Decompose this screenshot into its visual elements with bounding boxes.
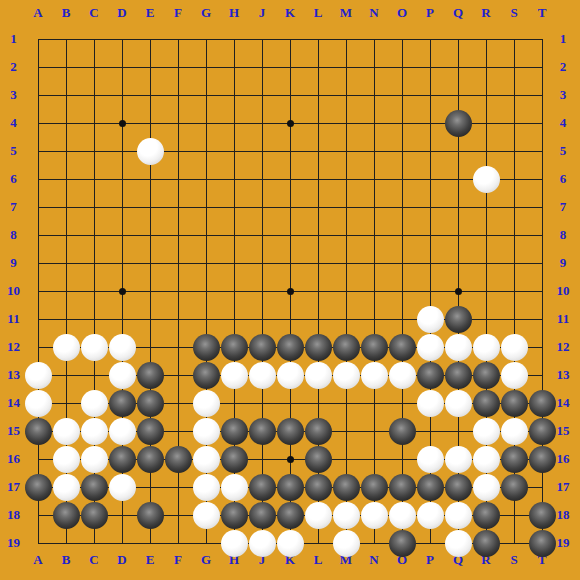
cell-S2[interactable]	[500, 53, 528, 81]
cell-H13[interactable]	[220, 361, 248, 389]
cell-L6[interactable]	[304, 165, 332, 193]
cell-E5[interactable]	[136, 137, 164, 165]
cell-F1[interactable]	[164, 25, 192, 53]
cell-E7[interactable]	[136, 193, 164, 221]
cell-Q14[interactable]	[444, 389, 472, 417]
cell-T16[interactable]	[528, 445, 556, 473]
cell-J15[interactable]	[248, 417, 276, 445]
cell-N1[interactable]	[360, 25, 388, 53]
cell-F4[interactable]	[164, 109, 192, 137]
cell-K13[interactable]	[276, 361, 304, 389]
cell-L9[interactable]	[304, 249, 332, 277]
cell-R11[interactable]	[472, 305, 500, 333]
cell-B11[interactable]	[52, 305, 80, 333]
cell-S8[interactable]	[500, 221, 528, 249]
cell-L4[interactable]	[304, 109, 332, 137]
cell-Q9[interactable]	[444, 249, 472, 277]
cell-L11[interactable]	[304, 305, 332, 333]
cell-G2[interactable]	[192, 53, 220, 81]
cell-J7[interactable]	[248, 193, 276, 221]
cell-M3[interactable]	[332, 81, 360, 109]
cell-E9[interactable]	[136, 249, 164, 277]
cell-T6[interactable]	[528, 165, 556, 193]
cell-C17[interactable]	[80, 473, 108, 501]
cell-N7[interactable]	[360, 193, 388, 221]
cell-G10[interactable]	[192, 277, 220, 305]
cell-S15[interactable]	[500, 417, 528, 445]
cell-L5[interactable]	[304, 137, 332, 165]
cell-A18[interactable]	[24, 501, 52, 529]
cell-K12[interactable]	[276, 333, 304, 361]
cell-M4[interactable]	[332, 109, 360, 137]
cell-F3[interactable]	[164, 81, 192, 109]
cell-N19[interactable]	[360, 529, 388, 557]
cell-M8[interactable]	[332, 221, 360, 249]
cell-N2[interactable]	[360, 53, 388, 81]
cell-D6[interactable]	[108, 165, 136, 193]
cell-Q19[interactable]	[444, 529, 472, 557]
cell-O17[interactable]	[388, 473, 416, 501]
cell-L2[interactable]	[304, 53, 332, 81]
cell-H4[interactable]	[220, 109, 248, 137]
cell-H8[interactable]	[220, 221, 248, 249]
cell-J17[interactable]	[248, 473, 276, 501]
cell-P4[interactable]	[416, 109, 444, 137]
cell-S19[interactable]	[500, 529, 528, 557]
cell-E1[interactable]	[136, 25, 164, 53]
cell-N15[interactable]	[360, 417, 388, 445]
cell-R8[interactable]	[472, 221, 500, 249]
cell-O10[interactable]	[388, 277, 416, 305]
cell-P9[interactable]	[416, 249, 444, 277]
cell-E13[interactable]	[136, 361, 164, 389]
cell-J8[interactable]	[248, 221, 276, 249]
cell-G5[interactable]	[192, 137, 220, 165]
cell-D12[interactable]	[108, 333, 136, 361]
cell-F10[interactable]	[164, 277, 192, 305]
cell-T19[interactable]	[528, 529, 556, 557]
cell-G17[interactable]	[192, 473, 220, 501]
cell-O18[interactable]	[388, 501, 416, 529]
cell-K15[interactable]	[276, 417, 304, 445]
cell-P2[interactable]	[416, 53, 444, 81]
cell-A16[interactable]	[24, 445, 52, 473]
cell-A3[interactable]	[24, 81, 52, 109]
cell-F12[interactable]	[164, 333, 192, 361]
cell-F14[interactable]	[164, 389, 192, 417]
cell-C15[interactable]	[80, 417, 108, 445]
cell-P6[interactable]	[416, 165, 444, 193]
cell-T7[interactable]	[528, 193, 556, 221]
cell-D19[interactable]	[108, 529, 136, 557]
cell-G15[interactable]	[192, 417, 220, 445]
cell-J18[interactable]	[248, 501, 276, 529]
cell-T11[interactable]	[528, 305, 556, 333]
cell-C5[interactable]	[80, 137, 108, 165]
cell-J12[interactable]	[248, 333, 276, 361]
cell-N16[interactable]	[360, 445, 388, 473]
cell-E11[interactable]	[136, 305, 164, 333]
cell-D4[interactable]	[108, 109, 136, 137]
cell-R18[interactable]	[472, 501, 500, 529]
cell-G4[interactable]	[192, 109, 220, 137]
cell-C1[interactable]	[80, 25, 108, 53]
cell-E14[interactable]	[136, 389, 164, 417]
cell-H1[interactable]	[220, 25, 248, 53]
cell-H3[interactable]	[220, 81, 248, 109]
cell-P16[interactable]	[416, 445, 444, 473]
cell-K10[interactable]	[276, 277, 304, 305]
cell-J10[interactable]	[248, 277, 276, 305]
cell-D10[interactable]	[108, 277, 136, 305]
cell-S14[interactable]	[500, 389, 528, 417]
cell-A13[interactable]	[24, 361, 52, 389]
cell-B4[interactable]	[52, 109, 80, 137]
cell-M15[interactable]	[332, 417, 360, 445]
cell-B6[interactable]	[52, 165, 80, 193]
cell-H5[interactable]	[220, 137, 248, 165]
cell-O7[interactable]	[388, 193, 416, 221]
cell-B3[interactable]	[52, 81, 80, 109]
cell-Q12[interactable]	[444, 333, 472, 361]
cell-P10[interactable]	[416, 277, 444, 305]
cell-H19[interactable]	[220, 529, 248, 557]
cell-C19[interactable]	[80, 529, 108, 557]
cell-B1[interactable]	[52, 25, 80, 53]
cell-R7[interactable]	[472, 193, 500, 221]
cell-G18[interactable]	[192, 501, 220, 529]
cell-J4[interactable]	[248, 109, 276, 137]
cell-T1[interactable]	[528, 25, 556, 53]
cell-J11[interactable]	[248, 305, 276, 333]
cell-C16[interactable]	[80, 445, 108, 473]
cell-T13[interactable]	[528, 361, 556, 389]
cell-T9[interactable]	[528, 249, 556, 277]
cell-L3[interactable]	[304, 81, 332, 109]
cell-B15[interactable]	[52, 417, 80, 445]
cell-E6[interactable]	[136, 165, 164, 193]
cell-K6[interactable]	[276, 165, 304, 193]
cell-J3[interactable]	[248, 81, 276, 109]
cell-E10[interactable]	[136, 277, 164, 305]
cell-L15[interactable]	[304, 417, 332, 445]
cell-G3[interactable]	[192, 81, 220, 109]
cell-G6[interactable]	[192, 165, 220, 193]
cell-K3[interactable]	[276, 81, 304, 109]
cell-F8[interactable]	[164, 221, 192, 249]
cell-L13[interactable]	[304, 361, 332, 389]
cell-H7[interactable]	[220, 193, 248, 221]
cell-B9[interactable]	[52, 249, 80, 277]
cell-J14[interactable]	[248, 389, 276, 417]
cell-G13[interactable]	[192, 361, 220, 389]
cell-M18[interactable]	[332, 501, 360, 529]
cell-S1[interactable]	[500, 25, 528, 53]
cell-O6[interactable]	[388, 165, 416, 193]
cell-A19[interactable]	[24, 529, 52, 557]
cell-K1[interactable]	[276, 25, 304, 53]
cell-D5[interactable]	[108, 137, 136, 165]
cell-L7[interactable]	[304, 193, 332, 221]
cell-O15[interactable]	[388, 417, 416, 445]
cell-K16[interactable]	[276, 445, 304, 473]
cell-T2[interactable]	[528, 53, 556, 81]
cell-J9[interactable]	[248, 249, 276, 277]
cell-B16[interactable]	[52, 445, 80, 473]
cell-T10[interactable]	[528, 277, 556, 305]
cell-Q7[interactable]	[444, 193, 472, 221]
cell-C13[interactable]	[80, 361, 108, 389]
cell-P13[interactable]	[416, 361, 444, 389]
cell-R15[interactable]	[472, 417, 500, 445]
cell-E2[interactable]	[136, 53, 164, 81]
cell-H18[interactable]	[220, 501, 248, 529]
cell-P15[interactable]	[416, 417, 444, 445]
cell-T12[interactable]	[528, 333, 556, 361]
cell-T14[interactable]	[528, 389, 556, 417]
cell-H14[interactable]	[220, 389, 248, 417]
cell-N4[interactable]	[360, 109, 388, 137]
cell-M9[interactable]	[332, 249, 360, 277]
cell-Q10[interactable]	[444, 277, 472, 305]
cell-S18[interactable]	[500, 501, 528, 529]
cell-G9[interactable]	[192, 249, 220, 277]
cell-S3[interactable]	[500, 81, 528, 109]
cell-F17[interactable]	[164, 473, 192, 501]
cell-L16[interactable]	[304, 445, 332, 473]
cell-D2[interactable]	[108, 53, 136, 81]
cell-E18[interactable]	[136, 501, 164, 529]
cell-D1[interactable]	[108, 25, 136, 53]
cell-N14[interactable]	[360, 389, 388, 417]
cell-O13[interactable]	[388, 361, 416, 389]
cell-M13[interactable]	[332, 361, 360, 389]
cell-H9[interactable]	[220, 249, 248, 277]
cell-O8[interactable]	[388, 221, 416, 249]
cell-A14[interactable]	[24, 389, 52, 417]
cell-K14[interactable]	[276, 389, 304, 417]
cell-P12[interactable]	[416, 333, 444, 361]
cell-F18[interactable]	[164, 501, 192, 529]
cell-C7[interactable]	[80, 193, 108, 221]
cell-A11[interactable]	[24, 305, 52, 333]
cell-E3[interactable]	[136, 81, 164, 109]
cell-O12[interactable]	[388, 333, 416, 361]
cell-R3[interactable]	[472, 81, 500, 109]
cell-S6[interactable]	[500, 165, 528, 193]
cell-C3[interactable]	[80, 81, 108, 109]
cell-B12[interactable]	[52, 333, 80, 361]
cell-E4[interactable]	[136, 109, 164, 137]
cell-N13[interactable]	[360, 361, 388, 389]
cell-T8[interactable]	[528, 221, 556, 249]
cell-H10[interactable]	[220, 277, 248, 305]
cell-F7[interactable]	[164, 193, 192, 221]
cell-A9[interactable]	[24, 249, 52, 277]
cell-D7[interactable]	[108, 193, 136, 221]
cell-K5[interactable]	[276, 137, 304, 165]
cell-N17[interactable]	[360, 473, 388, 501]
cell-O19[interactable]	[388, 529, 416, 557]
cell-P7[interactable]	[416, 193, 444, 221]
cell-L1[interactable]	[304, 25, 332, 53]
cell-S4[interactable]	[500, 109, 528, 137]
cell-M14[interactable]	[332, 389, 360, 417]
cell-K8[interactable]	[276, 221, 304, 249]
cell-R16[interactable]	[472, 445, 500, 473]
cell-L18[interactable]	[304, 501, 332, 529]
cell-M7[interactable]	[332, 193, 360, 221]
cell-S9[interactable]	[500, 249, 528, 277]
cell-Q5[interactable]	[444, 137, 472, 165]
cell-C6[interactable]	[80, 165, 108, 193]
cell-H15[interactable]	[220, 417, 248, 445]
cell-J1[interactable]	[248, 25, 276, 53]
cell-F15[interactable]	[164, 417, 192, 445]
cell-M6[interactable]	[332, 165, 360, 193]
cell-E12[interactable]	[136, 333, 164, 361]
cell-L17[interactable]	[304, 473, 332, 501]
cell-L14[interactable]	[304, 389, 332, 417]
cell-Q3[interactable]	[444, 81, 472, 109]
cell-T15[interactable]	[528, 417, 556, 445]
cell-K18[interactable]	[276, 501, 304, 529]
cell-A12[interactable]	[24, 333, 52, 361]
cell-R17[interactable]	[472, 473, 500, 501]
cell-O1[interactable]	[388, 25, 416, 53]
cell-K19[interactable]	[276, 529, 304, 557]
cell-B19[interactable]	[52, 529, 80, 557]
cell-Q6[interactable]	[444, 165, 472, 193]
cell-F13[interactable]	[164, 361, 192, 389]
cell-Q16[interactable]	[444, 445, 472, 473]
cell-T3[interactable]	[528, 81, 556, 109]
cell-F6[interactable]	[164, 165, 192, 193]
cell-Q18[interactable]	[444, 501, 472, 529]
cell-J2[interactable]	[248, 53, 276, 81]
cell-G12[interactable]	[192, 333, 220, 361]
cell-S16[interactable]	[500, 445, 528, 473]
cell-M12[interactable]	[332, 333, 360, 361]
cell-C4[interactable]	[80, 109, 108, 137]
cell-A15[interactable]	[24, 417, 52, 445]
cell-B8[interactable]	[52, 221, 80, 249]
cell-A10[interactable]	[24, 277, 52, 305]
cell-N3[interactable]	[360, 81, 388, 109]
cell-J19[interactable]	[248, 529, 276, 557]
cell-J6[interactable]	[248, 165, 276, 193]
cell-B7[interactable]	[52, 193, 80, 221]
cell-N10[interactable]	[360, 277, 388, 305]
cell-R2[interactable]	[472, 53, 500, 81]
cell-A17[interactable]	[24, 473, 52, 501]
cell-S11[interactable]	[500, 305, 528, 333]
cell-M11[interactable]	[332, 305, 360, 333]
cell-Q8[interactable]	[444, 221, 472, 249]
cell-T17[interactable]	[528, 473, 556, 501]
cell-L10[interactable]	[304, 277, 332, 305]
cell-A5[interactable]	[24, 137, 52, 165]
cell-N5[interactable]	[360, 137, 388, 165]
cell-D14[interactable]	[108, 389, 136, 417]
cell-F2[interactable]	[164, 53, 192, 81]
cell-R9[interactable]	[472, 249, 500, 277]
cell-C12[interactable]	[80, 333, 108, 361]
cell-D3[interactable]	[108, 81, 136, 109]
cell-K9[interactable]	[276, 249, 304, 277]
cell-R6[interactable]	[472, 165, 500, 193]
cell-R10[interactable]	[472, 277, 500, 305]
cell-O4[interactable]	[388, 109, 416, 137]
cell-D8[interactable]	[108, 221, 136, 249]
cell-P17[interactable]	[416, 473, 444, 501]
cell-C9[interactable]	[80, 249, 108, 277]
cell-O5[interactable]	[388, 137, 416, 165]
cell-G1[interactable]	[192, 25, 220, 53]
cell-R5[interactable]	[472, 137, 500, 165]
cell-G7[interactable]	[192, 193, 220, 221]
cell-A4[interactable]	[24, 109, 52, 137]
cell-R4[interactable]	[472, 109, 500, 137]
cell-Q2[interactable]	[444, 53, 472, 81]
cell-E15[interactable]	[136, 417, 164, 445]
cell-J13[interactable]	[248, 361, 276, 389]
cell-O14[interactable]	[388, 389, 416, 417]
cell-P5[interactable]	[416, 137, 444, 165]
cell-A7[interactable]	[24, 193, 52, 221]
cell-A8[interactable]	[24, 221, 52, 249]
cell-G8[interactable]	[192, 221, 220, 249]
cell-O3[interactable]	[388, 81, 416, 109]
cell-F9[interactable]	[164, 249, 192, 277]
cell-O16[interactable]	[388, 445, 416, 473]
cell-E19[interactable]	[136, 529, 164, 557]
cell-R13[interactable]	[472, 361, 500, 389]
cell-T5[interactable]	[528, 137, 556, 165]
cell-F11[interactable]	[164, 305, 192, 333]
cell-D17[interactable]	[108, 473, 136, 501]
cell-O9[interactable]	[388, 249, 416, 277]
cell-J16[interactable]	[248, 445, 276, 473]
cell-M17[interactable]	[332, 473, 360, 501]
cell-P3[interactable]	[416, 81, 444, 109]
cell-D15[interactable]	[108, 417, 136, 445]
cell-D9[interactable]	[108, 249, 136, 277]
cell-S5[interactable]	[500, 137, 528, 165]
cell-P8[interactable]	[416, 221, 444, 249]
cell-A6[interactable]	[24, 165, 52, 193]
cell-P19[interactable]	[416, 529, 444, 557]
cell-A2[interactable]	[24, 53, 52, 81]
cell-E8[interactable]	[136, 221, 164, 249]
cell-N6[interactable]	[360, 165, 388, 193]
cell-G14[interactable]	[192, 389, 220, 417]
cell-H11[interactable]	[220, 305, 248, 333]
cell-C14[interactable]	[80, 389, 108, 417]
cell-E17[interactable]	[136, 473, 164, 501]
cell-M10[interactable]	[332, 277, 360, 305]
cell-K4[interactable]	[276, 109, 304, 137]
cell-H2[interactable]	[220, 53, 248, 81]
cell-R14[interactable]	[472, 389, 500, 417]
cell-D16[interactable]	[108, 445, 136, 473]
cell-Q1[interactable]	[444, 25, 472, 53]
cell-N9[interactable]	[360, 249, 388, 277]
cell-N18[interactable]	[360, 501, 388, 529]
cell-H17[interactable]	[220, 473, 248, 501]
cell-B18[interactable]	[52, 501, 80, 529]
cell-B10[interactable]	[52, 277, 80, 305]
